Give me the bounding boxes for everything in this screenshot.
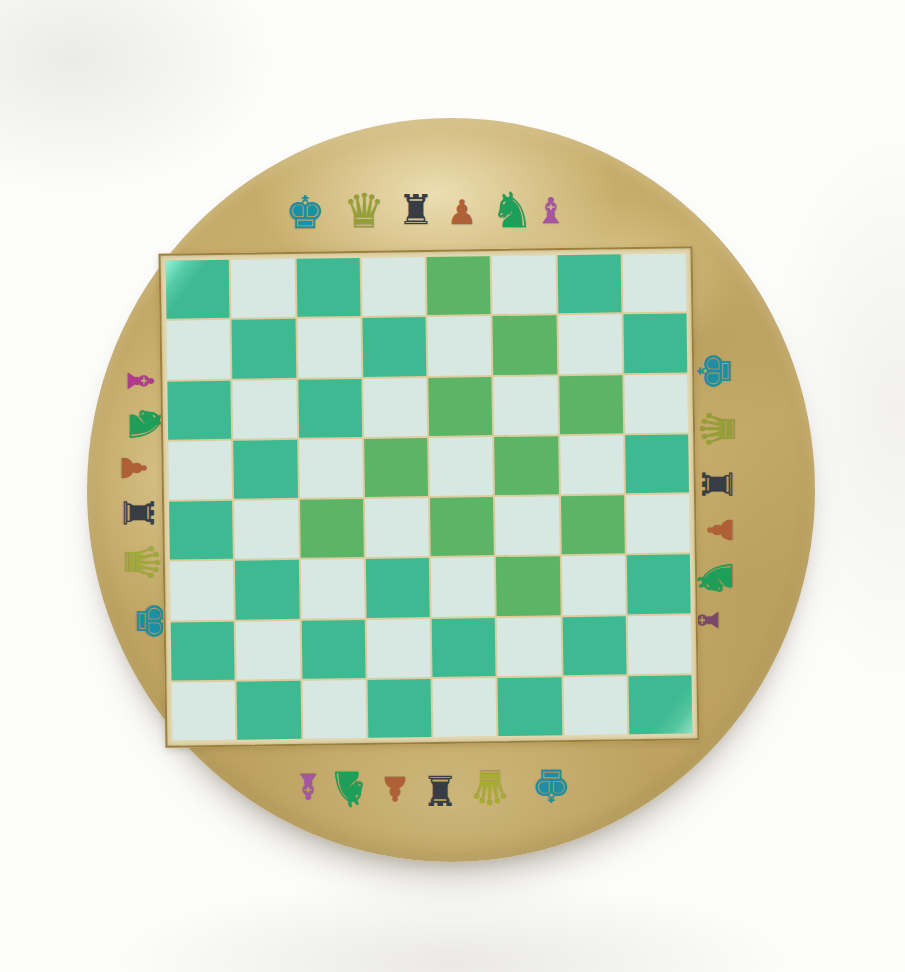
- square-e8[interactable]: [427, 256, 491, 315]
- square-a8[interactable]: [166, 260, 230, 319]
- square-g7[interactable]: [558, 315, 622, 374]
- rim-top-queen-icon: ♛: [343, 187, 385, 234]
- square-a2[interactable]: [171, 621, 235, 680]
- rim-right-king-icon: ♚: [692, 351, 737, 391]
- rim-top-rook-icon: ♜: [398, 190, 435, 231]
- square-c4[interactable]: [300, 499, 364, 558]
- rim-top-king-icon: ♚: [285, 190, 325, 235]
- square-b7[interactable]: [232, 319, 296, 378]
- square-a3[interactable]: [170, 561, 234, 620]
- square-g3[interactable]: [561, 556, 625, 615]
- rim-top-pawn-icon: ♟: [447, 195, 477, 229]
- board-grid: [166, 253, 693, 740]
- rim-bottom-king-icon: ♚: [531, 763, 571, 808]
- square-b1[interactable]: [237, 681, 301, 740]
- square-e1[interactable]: [433, 678, 497, 737]
- square-f5[interactable]: [494, 436, 558, 495]
- square-c5[interactable]: [299, 439, 363, 498]
- square-g6[interactable]: [559, 375, 623, 434]
- square-f2[interactable]: [497, 617, 561, 676]
- square-e6[interactable]: [428, 377, 492, 436]
- square-b5[interactable]: [233, 440, 297, 499]
- square-a6[interactable]: [167, 380, 231, 439]
- square-d1[interactable]: [367, 679, 431, 738]
- square-a5[interactable]: [168, 441, 232, 500]
- square-b3[interactable]: [235, 560, 299, 619]
- rim-bottom-pawn-icon: ♟: [380, 772, 410, 806]
- square-d5[interactable]: [364, 438, 428, 497]
- rim-bottom-bishop-icon: ♝: [292, 768, 324, 804]
- square-b2[interactable]: [236, 620, 300, 679]
- square-e2[interactable]: [432, 618, 496, 677]
- rim-left-queen-icon: ♛: [119, 541, 166, 583]
- photo-background: ♚ ♛ ♜ ♟ ♞ ♝ ♚ ♛ ♜ ♟ ♞ ♝ ♝ ♞ ♟ ♜ ♛ ♚ ♝ ♞ …: [0, 0, 905, 972]
- square-b6[interactable]: [233, 379, 297, 438]
- square-g2[interactable]: [562, 616, 626, 675]
- square-c2[interactable]: [301, 619, 365, 678]
- square-d4[interactable]: [365, 498, 429, 557]
- square-f7[interactable]: [493, 315, 557, 374]
- square-d3[interactable]: [366, 558, 430, 617]
- rim-bottom-rook-icon: ♜: [422, 769, 459, 810]
- rim-right-queen-icon: ♛: [694, 408, 741, 450]
- square-h4[interactable]: [626, 494, 690, 553]
- square-b8[interactable]: [231, 259, 295, 318]
- square-a1[interactable]: [172, 681, 236, 740]
- square-d2[interactable]: [366, 619, 430, 678]
- square-h6[interactable]: [624, 374, 688, 433]
- square-d6[interactable]: [363, 378, 427, 437]
- square-b4[interactable]: [234, 500, 298, 559]
- rim-left-pawn-icon: ♟: [117, 453, 151, 483]
- square-c1[interactable]: [302, 680, 366, 739]
- rim-right-pawn-icon: ♟: [703, 515, 737, 545]
- square-a4[interactable]: [169, 501, 233, 560]
- square-c7[interactable]: [297, 318, 361, 377]
- rim-bottom-queen-icon: ♛: [469, 764, 511, 811]
- square-f8[interactable]: [492, 255, 556, 314]
- square-g4[interactable]: [561, 495, 625, 554]
- square-e4[interactable]: [430, 497, 494, 556]
- rim-right-rook-icon: ♜: [698, 466, 739, 503]
- square-f6[interactable]: [494, 376, 558, 435]
- rim-top-knight-icon: ♞: [490, 186, 534, 235]
- rim-left-bishop-icon: ♝: [122, 365, 158, 397]
- square-h5[interactable]: [625, 434, 689, 493]
- rim-left-rook-icon: ♜: [117, 495, 158, 532]
- board-frame: [159, 246, 700, 747]
- square-a7[interactable]: [167, 320, 231, 379]
- square-h7[interactable]: [623, 314, 687, 373]
- square-d7[interactable]: [362, 317, 426, 376]
- square-d8[interactable]: [361, 257, 425, 316]
- square-c6[interactable]: [298, 378, 362, 437]
- square-h2[interactable]: [627, 615, 691, 674]
- square-c3[interactable]: [300, 559, 364, 618]
- square-g1[interactable]: [563, 676, 627, 735]
- rim-top-bishop-icon: ♝: [535, 193, 567, 229]
- square-g8[interactable]: [557, 254, 621, 313]
- square-h1[interactable]: [628, 675, 692, 734]
- square-e3[interactable]: [431, 557, 495, 616]
- square-f1[interactable]: [498, 677, 562, 736]
- square-f4[interactable]: [495, 496, 559, 555]
- square-c8[interactable]: [296, 258, 360, 317]
- square-h3[interactable]: [627, 555, 691, 614]
- square-e5[interactable]: [429, 437, 493, 496]
- square-h8[interactable]: [622, 253, 686, 312]
- rim-right-knight-icon: ♞: [691, 556, 740, 600]
- square-e7[interactable]: [427, 316, 491, 375]
- square-g5[interactable]: [560, 435, 624, 494]
- rim-bottom-knight-icon: ♞: [327, 764, 371, 813]
- square-f3[interactable]: [496, 556, 560, 615]
